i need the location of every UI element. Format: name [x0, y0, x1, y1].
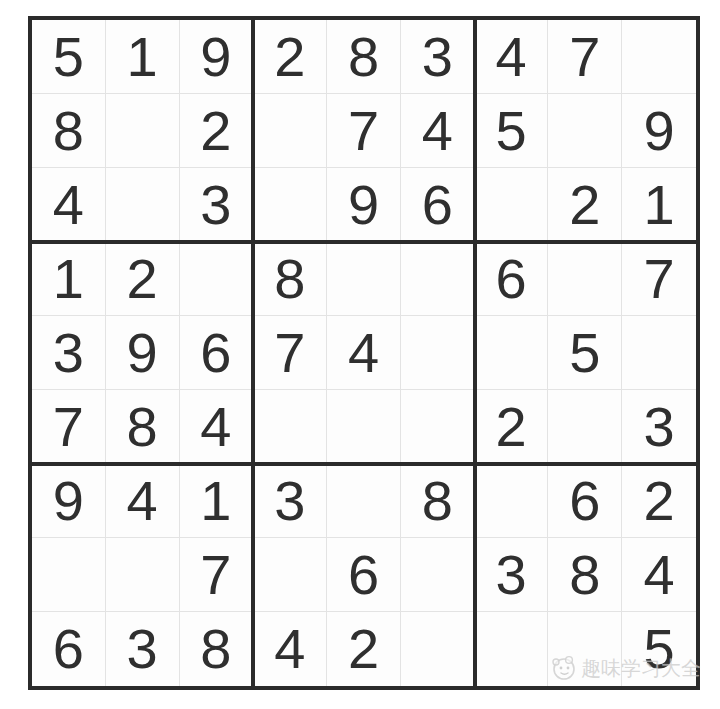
watermark-logo-icon [549, 654, 577, 682]
cell-r4c2[interactable]: 2 [106, 242, 180, 316]
cell-r2c8[interactable] [548, 94, 622, 168]
cell-r3c3[interactable]: 3 [180, 168, 254, 242]
watermark-text: 趣味学习大全 [581, 655, 701, 682]
cell-r7c8[interactable]: 6 [548, 464, 622, 538]
cell-r9c2[interactable]: 3 [106, 612, 180, 686]
cell-r4c5[interactable] [327, 242, 401, 316]
cell-r7c5[interactable] [327, 464, 401, 538]
cell-r8c6[interactable] [401, 538, 475, 612]
cell-r6c8[interactable] [548, 390, 622, 464]
cell-r9c4[interactable]: 4 [253, 612, 327, 686]
cell-r3c1[interactable]: 4 [32, 168, 106, 242]
cell-r1c6[interactable]: 3 [401, 20, 475, 94]
cell-r5c9[interactable] [622, 316, 696, 390]
cell-r6c7[interactable]: 2 [475, 390, 549, 464]
cell-r9c7[interactable] [475, 612, 549, 686]
cell-r1c5[interactable]: 8 [327, 20, 401, 94]
cell-r6c5[interactable] [327, 390, 401, 464]
cell-r5c1[interactable]: 3 [32, 316, 106, 390]
cell-r1c4[interactable]: 2 [253, 20, 327, 94]
cell-r8c2[interactable] [106, 538, 180, 612]
cell-r1c3[interactable]: 9 [180, 20, 254, 94]
cell-r5c3[interactable]: 6 [180, 316, 254, 390]
cell-r8c9[interactable]: 4 [622, 538, 696, 612]
cell-r6c3[interactable]: 4 [180, 390, 254, 464]
cell-r4c3[interactable] [180, 242, 254, 316]
cell-r1c7[interactable]: 4 [475, 20, 549, 94]
cell-r2c4[interactable] [253, 94, 327, 168]
cell-r3c7[interactable] [475, 168, 549, 242]
cell-r6c9[interactable]: 3 [622, 390, 696, 464]
cell-r2c3[interactable]: 2 [180, 94, 254, 168]
sudoku-page: 5192834782745943962112867396745784239413… [0, 0, 720, 709]
cell-r5c8[interactable]: 5 [548, 316, 622, 390]
cell-r9c6[interactable] [401, 612, 475, 686]
cell-r3c5[interactable]: 9 [327, 168, 401, 242]
cell-r5c2[interactable]: 9 [106, 316, 180, 390]
cell-r1c8[interactable]: 7 [548, 20, 622, 94]
cell-r6c4[interactable] [253, 390, 327, 464]
cell-r6c6[interactable] [401, 390, 475, 464]
cell-r6c2[interactable]: 8 [106, 390, 180, 464]
cell-r8c3[interactable]: 7 [180, 538, 254, 612]
cell-r8c1[interactable] [32, 538, 106, 612]
cell-r8c4[interactable] [253, 538, 327, 612]
cell-r3c6[interactable]: 6 [401, 168, 475, 242]
cell-r5c7[interactable] [475, 316, 549, 390]
cell-r2c9[interactable]: 9 [622, 94, 696, 168]
cell-r2c1[interactable]: 8 [32, 94, 106, 168]
cell-r2c5[interactable]: 7 [327, 94, 401, 168]
cell-r7c4[interactable]: 3 [253, 464, 327, 538]
cell-r7c6[interactable]: 8 [401, 464, 475, 538]
cell-r1c2[interactable]: 1 [106, 20, 180, 94]
cell-r7c9[interactable]: 2 [622, 464, 696, 538]
cell-r9c1[interactable]: 6 [32, 612, 106, 686]
cell-r2c6[interactable]: 4 [401, 94, 475, 168]
cell-r7c3[interactable]: 1 [180, 464, 254, 538]
cell-r4c7[interactable]: 6 [475, 242, 549, 316]
cell-r4c9[interactable]: 7 [622, 242, 696, 316]
sudoku-board: 5192834782745943962112867396745784239413… [28, 16, 700, 690]
cell-r7c7[interactable] [475, 464, 549, 538]
watermark: 趣味学习大全 [549, 654, 701, 682]
cell-r3c2[interactable] [106, 168, 180, 242]
cell-r7c2[interactable]: 4 [106, 464, 180, 538]
cell-r4c4[interactable]: 8 [253, 242, 327, 316]
cell-r8c5[interactable]: 6 [327, 538, 401, 612]
cell-r4c1[interactable]: 1 [32, 242, 106, 316]
cell-r1c9[interactable] [622, 20, 696, 94]
cell-r9c5[interactable]: 2 [327, 612, 401, 686]
cell-r3c9[interactable]: 1 [622, 168, 696, 242]
cell-r4c6[interactable] [401, 242, 475, 316]
cell-r4c8[interactable] [548, 242, 622, 316]
cell-r9c3[interactable]: 8 [180, 612, 254, 686]
cell-r5c6[interactable] [401, 316, 475, 390]
cell-r8c7[interactable]: 3 [475, 538, 549, 612]
cell-r3c8[interactable]: 2 [548, 168, 622, 242]
cell-r5c4[interactable]: 7 [253, 316, 327, 390]
cell-r5c5[interactable]: 4 [327, 316, 401, 390]
cell-r1c1[interactable]: 5 [32, 20, 106, 94]
cell-r7c1[interactable]: 9 [32, 464, 106, 538]
cell-r2c2[interactable] [106, 94, 180, 168]
cell-r2c7[interactable]: 5 [475, 94, 549, 168]
cell-r6c1[interactable]: 7 [32, 390, 106, 464]
cell-r8c8[interactable]: 8 [548, 538, 622, 612]
cell-r3c4[interactable] [253, 168, 327, 242]
